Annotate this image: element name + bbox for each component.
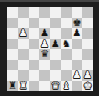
square-b1[interactable]: ♜	[18, 81, 29, 92]
square-g1[interactable]	[72, 81, 83, 92]
board-frame: ♚♟♟♟♟♟♞♛♟♟♜♜♛♝♚	[0, 0, 99, 96]
square-c6[interactable]	[29, 28, 40, 39]
square-g4[interactable]	[72, 49, 83, 60]
square-b6[interactable]: ♟	[18, 28, 29, 39]
square-e6[interactable]	[50, 28, 61, 39]
square-a2[interactable]	[7, 70, 18, 81]
square-b2[interactable]	[18, 70, 29, 81]
white-pawn[interactable]: ♟	[72, 70, 81, 80]
square-a7[interactable]	[7, 18, 18, 29]
square-d5[interactable]: ♟	[39, 39, 50, 50]
square-c7[interactable]	[29, 18, 40, 29]
square-h5[interactable]	[82, 39, 93, 50]
square-h8[interactable]	[82, 7, 93, 18]
white-pawn[interactable]: ♟	[83, 70, 92, 80]
square-d1[interactable]	[39, 81, 50, 92]
square-b7[interactable]	[18, 18, 29, 29]
white-bishop[interactable]: ♝	[62, 81, 71, 91]
square-d6[interactable]: ♟	[39, 28, 50, 39]
white-rook[interactable]: ♜	[19, 81, 28, 91]
square-h4[interactable]	[82, 49, 93, 60]
square-c4[interactable]	[29, 49, 40, 60]
black-queen[interactable]: ♛	[40, 49, 49, 59]
square-a3[interactable]	[7, 60, 18, 71]
square-c8[interactable]	[29, 7, 40, 18]
square-b3[interactable]	[18, 60, 29, 71]
square-f7[interactable]	[61, 18, 72, 29]
black-king[interactable]: ♚	[72, 18, 81, 28]
square-d4[interactable]: ♛	[39, 49, 50, 60]
square-e7[interactable]	[50, 18, 61, 29]
square-f8[interactable]	[61, 7, 72, 18]
square-e5[interactable]: ♟	[50, 39, 61, 50]
square-h3[interactable]	[82, 60, 93, 71]
square-f6[interactable]	[61, 28, 72, 39]
square-d8[interactable]	[39, 7, 50, 18]
square-c3[interactable]	[29, 60, 40, 71]
square-c5[interactable]	[29, 39, 40, 50]
square-g7[interactable]: ♚	[72, 18, 83, 29]
square-e4[interactable]	[50, 49, 61, 60]
white-queen[interactable]: ♛	[51, 81, 60, 91]
square-b5[interactable]	[18, 39, 29, 50]
white-pawn[interactable]: ♟	[19, 28, 28, 38]
square-g5[interactable]	[72, 39, 83, 50]
black-knight[interactable]: ♞	[62, 39, 71, 49]
square-f3[interactable]	[61, 60, 72, 71]
square-e1[interactable]: ♛	[50, 81, 61, 92]
square-e2[interactable]	[50, 70, 61, 81]
white-pawn[interactable]: ♟	[40, 39, 49, 49]
square-a8[interactable]	[7, 7, 18, 18]
square-a1[interactable]: ♜	[7, 81, 18, 92]
black-pawn[interactable]: ♟	[40, 28, 49, 38]
black-pawn[interactable]: ♟	[72, 28, 81, 38]
square-g3[interactable]	[72, 60, 83, 71]
chess-board: ♚♟♟♟♟♟♞♛♟♟♜♜♛♝♚	[7, 7, 93, 91]
square-a4[interactable]	[7, 49, 18, 60]
square-f2[interactable]	[61, 70, 72, 81]
square-b4[interactable]	[18, 49, 29, 60]
black-rook[interactable]: ♜	[8, 81, 17, 91]
square-e8[interactable]	[50, 7, 61, 18]
square-f4[interactable]	[61, 49, 72, 60]
square-h7[interactable]	[82, 18, 93, 29]
black-pawn[interactable]: ♟	[51, 39, 60, 49]
white-king[interactable]: ♚	[83, 81, 92, 91]
square-a6[interactable]	[7, 28, 18, 39]
square-c2[interactable]	[29, 70, 40, 81]
square-c1[interactable]	[29, 81, 40, 92]
square-a5[interactable]	[7, 39, 18, 50]
square-e3[interactable]	[50, 60, 61, 71]
square-d2[interactable]	[39, 70, 50, 81]
square-g6[interactable]: ♟	[72, 28, 83, 39]
square-d7[interactable]	[39, 18, 50, 29]
square-h1[interactable]: ♚	[82, 81, 93, 92]
square-h2[interactable]: ♟	[82, 70, 93, 81]
square-g2[interactable]: ♟	[72, 70, 83, 81]
square-b8[interactable]	[18, 7, 29, 18]
square-f1[interactable]: ♝	[61, 81, 72, 92]
square-h6[interactable]	[82, 28, 93, 39]
square-d3[interactable]	[39, 60, 50, 71]
square-f5[interactable]: ♞	[61, 39, 72, 50]
square-g8[interactable]	[72, 7, 83, 18]
